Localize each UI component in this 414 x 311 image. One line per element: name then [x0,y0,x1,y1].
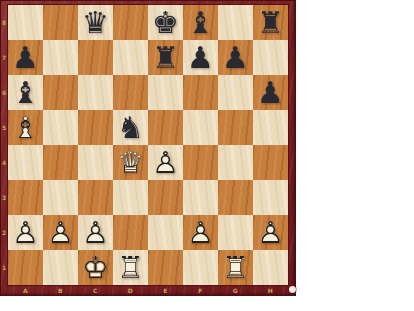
file-label-b: B [43,285,78,296]
file-label-f: F [183,285,218,296]
square-c8[interactable]: ♛ [78,5,113,40]
square-a1[interactable] [8,250,43,285]
square-d7[interactable] [113,40,148,75]
black-piece-glyph: ♟ [253,75,288,110]
rank-label-5: 5 [0,110,8,145]
piece-black-bishop[interactable]: ♝ [8,75,43,110]
white-piece-outline: ♔ [78,250,113,285]
black-piece-glyph: ♜ [253,5,288,40]
square-c6[interactable] [78,75,113,110]
piece-white-rook[interactable]: ♜♖ [113,250,148,285]
file-label-e: E [148,285,183,296]
piece-black-queen[interactable]: ♛ [78,5,113,40]
piece-black-pawn[interactable]: ♟ [8,40,43,75]
square-e1[interactable] [148,250,183,285]
piece-black-rook[interactable]: ♜ [148,40,183,75]
square-f6[interactable] [183,75,218,110]
black-piece-glyph: ♞ [113,110,148,145]
square-g1[interactable]: ♜♖ [218,250,253,285]
piece-white-pawn[interactable]: ♟♙ [8,215,43,250]
piece-black-bishop[interactable]: ♝ [183,5,218,40]
black-piece-glyph: ♟ [8,40,43,75]
square-b7[interactable] [43,40,78,75]
square-b2[interactable]: ♟♙ [43,215,78,250]
square-c3[interactable] [78,180,113,215]
square-a5[interactable]: ♝♗ [8,110,43,145]
square-h8[interactable]: ♜ [253,5,288,40]
square-d2[interactable] [113,215,148,250]
rank-label-8: 8 [0,5,8,40]
piece-white-rook[interactable]: ♜♖ [218,250,253,285]
square-c2[interactable]: ♟♙ [78,215,113,250]
rank-label-7: 7 [0,40,8,75]
square-b5[interactable] [43,110,78,145]
square-a7[interactable]: ♟ [8,40,43,75]
piece-white-bishop[interactable]: ♝♗ [8,110,43,145]
square-d4[interactable]: ♛♕ [113,145,148,180]
piece-black-king[interactable]: ♚ [148,5,183,40]
square-d3[interactable] [113,180,148,215]
rank-label-6: 6 [0,75,8,110]
rank-labels: 87654321 [0,5,8,285]
file-labels: ABCDEFGH [8,285,288,296]
piece-black-knight[interactable]: ♞ [113,110,148,145]
square-d8[interactable] [113,5,148,40]
white-piece-outline: ♙ [43,215,78,250]
square-f7[interactable]: ♟ [183,40,218,75]
file-label-d: D [113,285,148,296]
square-e2[interactable] [148,215,183,250]
square-b8[interactable] [43,5,78,40]
white-piece-outline: ♙ [8,215,43,250]
square-b1[interactable] [43,250,78,285]
rank-label-3: 3 [0,180,8,215]
piece-black-pawn[interactable]: ♟ [218,40,253,75]
square-f8[interactable]: ♝ [183,5,218,40]
square-e5[interactable] [148,110,183,145]
square-d5[interactable]: ♞ [113,110,148,145]
square-h7[interactable] [253,40,288,75]
chess-board-frame: 87654321 ♛♚♝♜♟♜♟♟♝♟♝♗♞♛♕♟♙♟♙♟♙♟♙♟♙♟♙♚♔♜♖… [0,0,296,296]
square-c7[interactable] [78,40,113,75]
square-h5[interactable] [253,110,288,145]
black-piece-glyph: ♟ [183,40,218,75]
square-g3[interactable] [218,180,253,215]
piece-white-pawn[interactable]: ♟♙ [148,145,183,180]
square-g8[interactable] [218,5,253,40]
square-g4[interactable] [218,145,253,180]
square-f4[interactable] [183,145,218,180]
square-a8[interactable] [8,5,43,40]
piece-white-pawn[interactable]: ♟♙ [78,215,113,250]
square-h3[interactable] [253,180,288,215]
square-f1[interactable] [183,250,218,285]
screenshot-canvas: 87654321 ♛♚♝♜♟♜♟♟♝♟♝♗♞♛♕♟♙♟♙♟♙♟♙♟♙♟♙♚♔♜♖… [0,0,414,311]
piece-black-pawn[interactable]: ♟ [253,75,288,110]
square-g7[interactable]: ♟ [218,40,253,75]
square-b4[interactable] [43,145,78,180]
square-b6[interactable] [43,75,78,110]
rank-label-4: 4 [0,145,8,180]
white-piece-outline: ♙ [148,145,183,180]
white-piece-outline: ♙ [253,215,288,250]
square-h6[interactable]: ♟ [253,75,288,110]
black-piece-glyph: ♝ [8,75,43,110]
side-to-move-indicator [289,286,296,293]
square-d1[interactable]: ♜♖ [113,250,148,285]
black-piece-glyph: ♚ [148,5,183,40]
square-a6[interactable]: ♝ [8,75,43,110]
square-c5[interactable] [78,110,113,145]
piece-white-queen[interactable]: ♛♕ [113,145,148,180]
file-label-h: H [253,285,288,296]
square-g6[interactable] [218,75,253,110]
black-piece-glyph: ♜ [148,40,183,75]
square-e3[interactable] [148,180,183,215]
square-c1[interactable]: ♚♔ [78,250,113,285]
white-piece-outline: ♙ [78,215,113,250]
white-piece-outline: ♕ [113,145,148,180]
piece-white-pawn[interactable]: ♟♙ [253,215,288,250]
square-d6[interactable] [113,75,148,110]
file-label-c: C [78,285,113,296]
square-h1[interactable] [253,250,288,285]
square-f5[interactable] [183,110,218,145]
white-piece-outline: ♗ [8,110,43,145]
square-e6[interactable] [148,75,183,110]
white-piece-outline: ♖ [113,250,148,285]
black-piece-glyph: ♛ [78,5,113,40]
square-g2[interactable] [218,215,253,250]
square-g5[interactable] [218,110,253,145]
square-e4[interactable]: ♟♙ [148,145,183,180]
file-label-g: G [218,285,253,296]
square-a2[interactable]: ♟♙ [8,215,43,250]
square-a3[interactable] [8,180,43,215]
chess-board[interactable]: ♛♚♝♜♟♜♟♟♝♟♝♗♞♛♕♟♙♟♙♟♙♟♙♟♙♟♙♚♔♜♖♜♖ [8,5,288,285]
white-piece-outline: ♙ [183,215,218,250]
white-piece-outline: ♖ [218,250,253,285]
piece-white-pawn[interactable]: ♟♙ [43,215,78,250]
file-label-a: A [8,285,43,296]
piece-black-rook[interactable]: ♜ [253,5,288,40]
square-a4[interactable] [8,145,43,180]
square-h2[interactable]: ♟♙ [253,215,288,250]
piece-black-pawn[interactable]: ♟ [183,40,218,75]
rank-label-2: 2 [0,215,8,250]
square-f2[interactable]: ♟♙ [183,215,218,250]
black-piece-glyph: ♟ [218,40,253,75]
square-b3[interactable] [43,180,78,215]
square-e8[interactable]: ♚ [148,5,183,40]
square-c4[interactable] [78,145,113,180]
piece-white-pawn[interactable]: ♟♙ [183,215,218,250]
square-e7[interactable]: ♜ [148,40,183,75]
black-piece-glyph: ♝ [183,5,218,40]
rank-label-1: 1 [0,250,8,285]
square-h4[interactable] [253,145,288,180]
piece-white-king[interactable]: ♚♔ [78,250,113,285]
square-f3[interactable] [183,180,218,215]
